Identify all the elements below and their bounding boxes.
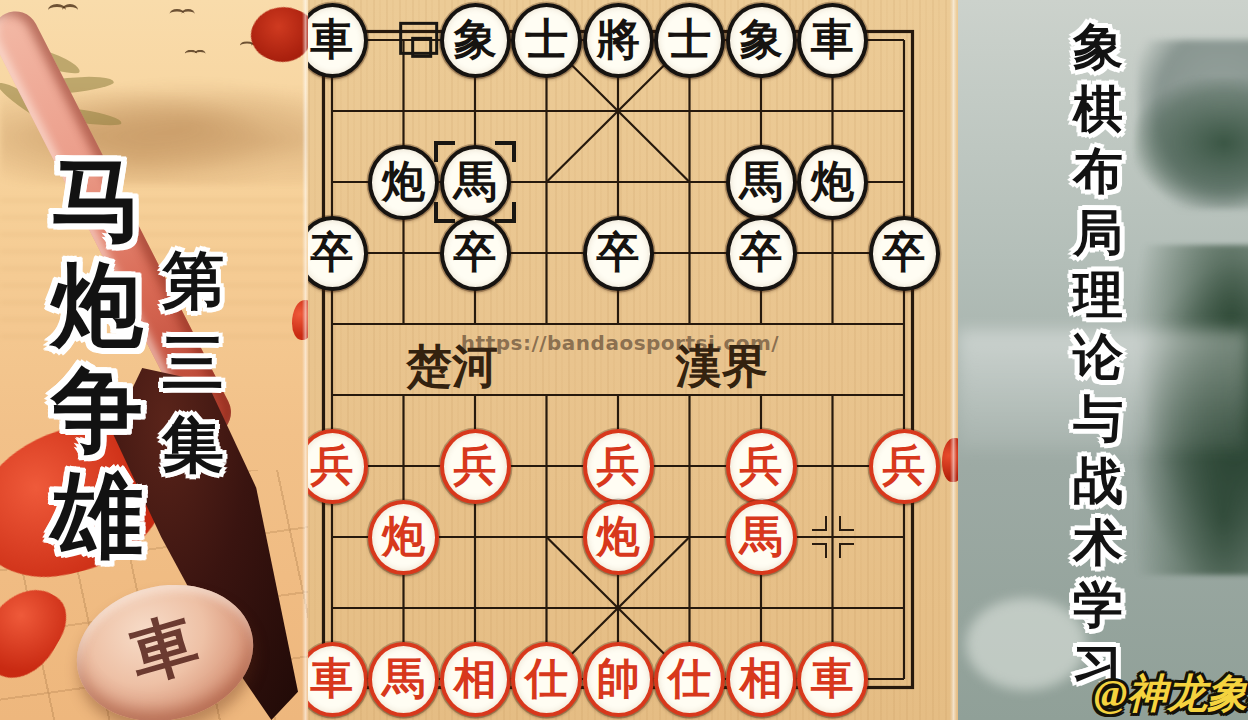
board-cell-c10[interactable]: 象 — [439, 5, 511, 76]
channel-slogan-char: 象 — [1073, 16, 1123, 78]
board-cell-h6[interactable] — [797, 289, 869, 360]
flower-petal — [244, 0, 308, 71]
channel-slogan-char: 布 — [1073, 140, 1123, 202]
board-cell-g7[interactable]: 卒 — [725, 218, 797, 289]
channel-slogan-char: 战 — [1073, 450, 1123, 512]
board-cell-g8[interactable]: 馬 — [725, 147, 797, 218]
board-cell-f2[interactable] — [654, 573, 726, 644]
board-cell-i2[interactable] — [868, 573, 940, 644]
piece-char: 卒 — [740, 224, 783, 282]
piece-char: 車 — [311, 11, 354, 69]
board-cell-h4[interactable] — [797, 431, 869, 502]
board-cell-h8[interactable]: 炮 — [797, 147, 869, 218]
board-cell-a2[interactable] — [308, 573, 368, 644]
black-advisor-piece[interactable]: 士 — [654, 3, 725, 78]
board-cell-a5[interactable] — [308, 360, 368, 431]
red-soldier-piece[interactable]: 兵 — [583, 429, 654, 504]
black-horse-piece[interactable]: 馬 — [726, 145, 797, 220]
black-soldier-piece[interactable]: 卒 — [440, 216, 511, 291]
board-cell-i3[interactable] — [868, 502, 940, 573]
board-cell-b5[interactable] — [368, 360, 440, 431]
black-elephant-piece[interactable]: 象 — [440, 3, 511, 78]
red-elephant-piece[interactable]: 相 — [726, 642, 797, 717]
board-cell-g9[interactable] — [725, 76, 797, 147]
piece-char: 炮 — [597, 508, 640, 566]
board-cell-f10[interactable]: 士 — [654, 5, 726, 76]
black-elephant-piece[interactable]: 象 — [726, 3, 797, 78]
watermark-url: https://bandaosportsi.com/ — [461, 331, 779, 355]
channel-slogan-char: 局 — [1073, 202, 1123, 264]
series-title-char: 争 — [51, 358, 143, 463]
board-cell-d9[interactable] — [511, 76, 583, 147]
board-cell-i5[interactable] — [868, 360, 940, 431]
black-soldier-piece[interactable]: 卒 — [869, 216, 940, 291]
piece-char: 馬 — [740, 508, 783, 566]
board-cell-f8[interactable] — [654, 147, 726, 218]
red-general-piece[interactable]: 帥 — [583, 642, 654, 717]
black-chariot-piece[interactable]: 車 — [308, 3, 368, 78]
piece-char: 馬 — [382, 650, 425, 708]
piece-char: 將 — [597, 11, 640, 69]
board-cell-d3[interactable] — [511, 502, 583, 573]
board-cell-a4[interactable]: 兵 — [308, 431, 368, 502]
board-cell-e1[interactable]: 帥 — [582, 644, 654, 715]
xiangqi-board[interactable]: 車象士將士象車炮馬馬炮卒卒卒卒卒兵兵兵兵兵炮炮馬車馬相仕帥仕相車 — [308, 5, 940, 715]
channel-slogan-char: 术 — [1073, 512, 1123, 574]
red-advisor-piece[interactable]: 仕 — [511, 642, 582, 717]
series-title: 马炮争雄 — [42, 148, 152, 568]
decorative-piece-char: 車 — [120, 597, 208, 702]
episode-label-char: 三 — [162, 322, 224, 404]
red-horse-piece[interactable]: 馬 — [368, 642, 439, 717]
black-advisor-piece[interactable]: 士 — [511, 3, 582, 78]
board-cell-f4[interactable] — [654, 431, 726, 502]
board-cell-g2[interactable] — [725, 573, 797, 644]
board-cell-c4[interactable]: 兵 — [439, 431, 511, 502]
board-cell-h10[interactable]: 車 — [797, 5, 869, 76]
board-cell-d7[interactable] — [511, 218, 583, 289]
board-cell-i1[interactable] — [868, 644, 940, 715]
board-cell-c3[interactable] — [439, 502, 511, 573]
board-cell-e4[interactable]: 兵 — [582, 431, 654, 502]
board-cell-f5[interactable] — [654, 360, 726, 431]
board-cell-g5[interactable] — [725, 360, 797, 431]
board-cell-i7[interactable]: 卒 — [868, 218, 940, 289]
piece-char: 兵 — [883, 437, 926, 495]
piece-char: 炮 — [382, 153, 425, 211]
board-cell-g1[interactable]: 相 — [725, 644, 797, 715]
board-cell-b7[interactable] — [368, 218, 440, 289]
video-frame: 車 马炮争雄 第三集 — [0, 0, 1248, 720]
piece-char: 車 — [811, 11, 854, 69]
piece-char: 士 — [668, 11, 711, 69]
board-cell-e7[interactable]: 卒 — [582, 218, 654, 289]
red-chariot-piece[interactable]: 車 — [308, 642, 368, 717]
piece-char: 相 — [454, 650, 497, 708]
board-cell-h1[interactable]: 車 — [797, 644, 869, 715]
piece-char: 士 — [525, 11, 568, 69]
piece-char: 炮 — [811, 153, 854, 211]
channel-slogan: 象棋布局理论与战术学习 — [1066, 16, 1130, 698]
board-cell-a1[interactable]: 車 — [308, 644, 368, 715]
black-horse-piece[interactable]: 馬 — [440, 145, 511, 220]
board-cell-a6[interactable] — [308, 289, 368, 360]
piece-char: 兵 — [597, 437, 640, 495]
piece-char: 兵 — [740, 437, 783, 495]
board-cell-d8[interactable] — [511, 147, 583, 218]
board-cell-d10[interactable]: 士 — [511, 5, 583, 76]
board-cell-b4[interactable] — [368, 431, 440, 502]
black-soldier-piece[interactable]: 卒 — [583, 216, 654, 291]
board-cell-b10[interactable] — [368, 5, 440, 76]
board-cell-f3[interactable] — [654, 502, 726, 573]
panel-divider — [950, 0, 957, 720]
board-cell-c1[interactable]: 相 — [439, 644, 511, 715]
board-cell-d4[interactable] — [511, 431, 583, 502]
board-cell-i8[interactable] — [868, 147, 940, 218]
board-cell-g4[interactable]: 兵 — [725, 431, 797, 502]
board-cell-a8[interactable] — [308, 147, 368, 218]
board-cell-b6[interactable] — [368, 289, 440, 360]
board-cell-a3[interactable] — [308, 502, 368, 573]
board-cell-h5[interactable] — [797, 360, 869, 431]
red-elephant-piece[interactable]: 相 — [440, 642, 511, 717]
bird-icon — [169, 9, 184, 19]
board-cell-e3[interactable]: 炮 — [582, 502, 654, 573]
board-cell-g3[interactable]: 馬 — [725, 502, 797, 573]
piece-char: 相 — [740, 650, 783, 708]
red-cannon-piece[interactable]: 炮 — [368, 500, 439, 575]
board-cell-c8[interactable]: 馬 — [439, 147, 511, 218]
board-cell-e5[interactable] — [582, 360, 654, 431]
board-cell-c7[interactable]: 卒 — [439, 218, 511, 289]
board-cell-b3[interactable]: 炮 — [368, 502, 440, 573]
piece-char: 車 — [311, 650, 354, 708]
board-panel: 楚河 漢界 https://bandaosportsi.com/ 車象士將士象車… — [308, 0, 958, 720]
channel-slogan-char: 论 — [1073, 326, 1123, 388]
board-cell-f1[interactable]: 仕 — [654, 644, 726, 715]
board-cell-a7[interactable]: 卒 — [308, 218, 368, 289]
piece-char: 馬 — [740, 153, 783, 211]
red-cannon-piece[interactable]: 炮 — [583, 500, 654, 575]
channel-slogan-char: 学 — [1073, 574, 1123, 636]
pine-tree — [1134, 78, 1248, 208]
black-cannon-piece[interactable]: 炮 — [797, 145, 868, 220]
board-cell-c5[interactable] — [439, 360, 511, 431]
board-cell-f7[interactable] — [654, 218, 726, 289]
bird-icon — [48, 4, 66, 16]
panel-divider — [302, 0, 309, 720]
black-soldier-piece[interactable]: 卒 — [308, 216, 368, 291]
board-cell-d5[interactable] — [511, 360, 583, 431]
episode-label-char: 集 — [162, 404, 224, 486]
board-cell-b9[interactable] — [368, 76, 440, 147]
board-cell-e8[interactable] — [582, 147, 654, 218]
board-cell-c2[interactable] — [439, 573, 511, 644]
episode-label: 第三集 — [158, 240, 228, 486]
red-soldier-piece[interactable]: 兵 — [308, 429, 368, 504]
piece-char: 卒 — [311, 224, 354, 282]
channel-slogan-char: 与 — [1073, 388, 1123, 450]
board-cell-b1[interactable]: 馬 — [368, 644, 440, 715]
piece-char: 卒 — [454, 224, 497, 282]
piece-char: 馬 — [454, 153, 497, 211]
board-cell-b2[interactable] — [368, 573, 440, 644]
black-cannon-piece[interactable]: 炮 — [368, 145, 439, 220]
piece-char: 仕 — [525, 650, 568, 708]
series-title-char: 雄 — [51, 463, 143, 568]
board-cell-i10[interactable] — [868, 5, 940, 76]
piece-char: 兵 — [454, 437, 497, 495]
red-soldier-piece[interactable]: 兵 — [869, 429, 940, 504]
left-panel: 車 马炮争雄 第三集 — [0, 0, 308, 720]
red-soldier-piece[interactable]: 兵 — [440, 429, 511, 504]
board-cell-c9[interactable] — [439, 76, 511, 147]
board-cell-d1[interactable]: 仕 — [511, 644, 583, 715]
piece-char: 仕 — [668, 650, 711, 708]
board-cell-i4[interactable]: 兵 — [868, 431, 940, 502]
board-cell-e9[interactable] — [582, 76, 654, 147]
piece-char: 卒 — [883, 224, 926, 282]
board-cell-h9[interactable] — [797, 76, 869, 147]
piece-char: 車 — [811, 650, 854, 708]
red-advisor-piece[interactable]: 仕 — [654, 642, 725, 717]
black-chariot-piece[interactable]: 車 — [797, 3, 868, 78]
board-cell-f9[interactable] — [654, 76, 726, 147]
board-cell-e2[interactable] — [582, 573, 654, 644]
red-chariot-piece[interactable]: 車 — [797, 642, 868, 717]
episode-label-char: 第 — [162, 240, 224, 322]
piece-char: 象 — [740, 11, 783, 69]
channel-slogan-char: 理 — [1073, 264, 1123, 326]
piece-char: 炮 — [382, 508, 425, 566]
board-cell-g10[interactable]: 象 — [725, 5, 797, 76]
board-cell-h7[interactable] — [797, 218, 869, 289]
piece-char: 兵 — [311, 437, 354, 495]
board-cell-h2[interactable] — [797, 573, 869, 644]
board-cell-h3[interactable] — [797, 502, 869, 573]
board-cell-a10[interactable]: 車 — [308, 5, 368, 76]
board-cell-i9[interactable] — [868, 76, 940, 147]
channel-credit: @神龙象棋 — [1094, 666, 1248, 720]
piece-char: 卒 — [597, 224, 640, 282]
series-title-char: 马 — [51, 148, 143, 253]
channel-slogan-char: 棋 — [1073, 78, 1123, 140]
piece-char: 象 — [454, 11, 497, 69]
board-cell-e10[interactable]: 將 — [582, 5, 654, 76]
board-cell-d2[interactable] — [511, 573, 583, 644]
black-general-piece[interactable]: 將 — [583, 3, 654, 78]
board-cell-a9[interactable] — [308, 76, 368, 147]
red-soldier-piece[interactable]: 兵 — [726, 429, 797, 504]
piece-char: 帥 — [597, 650, 640, 708]
black-soldier-piece[interactable]: 卒 — [726, 216, 797, 291]
bird-icon — [185, 50, 198, 58]
board-cell-i6[interactable] — [868, 289, 940, 360]
series-title-char: 炮 — [51, 253, 143, 358]
red-horse-piece[interactable]: 馬 — [726, 500, 797, 575]
board-cell-b8[interactable]: 炮 — [368, 147, 440, 218]
